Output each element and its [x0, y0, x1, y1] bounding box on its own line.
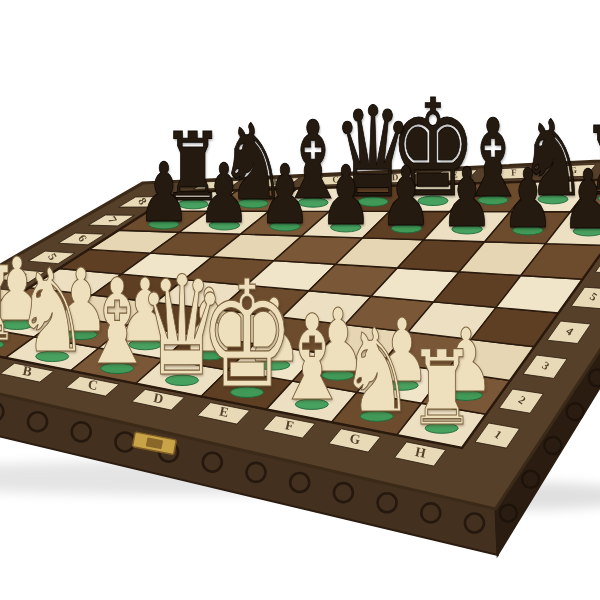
piece-black-pawn-f7[interactable]: ♟ — [441, 157, 494, 239]
piece-black-pawn-e7[interactable]: ♟ — [380, 156, 433, 238]
piece-white-knight-g1[interactable]: ♞ — [339, 314, 414, 429]
piece-black-pawn-a7[interactable]: ♟ — [137, 152, 190, 234]
chess-set-photo: AABBCCDDEEFFGGHH1122334455667788 ♜♞♝♚♛♝♞… — [0, 0, 600, 600]
piece-black-pawn-c7[interactable]: ♟ — [259, 154, 312, 236]
pieces-layer: ♜♞♝♚♛♝♞♜♟♟♟♟♟♟♟♟♟♟♟♟♟♟♟♟♜♞♝♚♛♝♞♜ — [0, 0, 600, 600]
piece-black-pawn-b7[interactable]: ♟ — [198, 153, 251, 235]
piece-white-rook-h1[interactable]: ♜ — [408, 337, 475, 441]
piece-black-pawn-d7[interactable]: ♟ — [319, 155, 372, 237]
piece-black-pawn-g7[interactable]: ♟ — [501, 158, 554, 240]
piece-white-bishop-f1[interactable]: ♝ — [274, 300, 350, 418]
piece-black-pawn-h7[interactable]: ♟ — [562, 159, 600, 241]
